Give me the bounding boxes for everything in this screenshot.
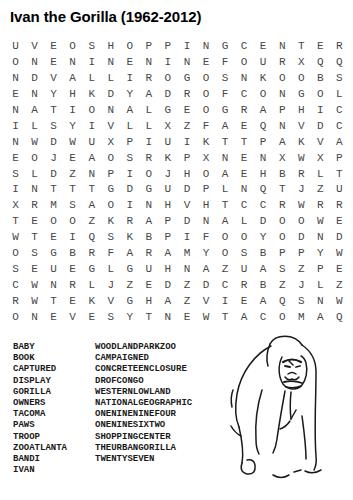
grid-cell-r1c13[interactable]: C [235, 39, 254, 55]
grid-cell-r1c2[interactable]: V [25, 39, 44, 55]
grid-cell-r7c4[interactable]: W [63, 135, 82, 151]
grid-cell-r18c11[interactable]: W [196, 310, 215, 326]
grid-cell-r4c13[interactable]: C [235, 87, 254, 103]
grid-cell-r2c13[interactable]: O [235, 55, 254, 71]
grid-cell-r12c3[interactable]: O [44, 214, 63, 230]
grid-cell-r1c14[interactable]: E [254, 39, 273, 55]
grid-cell-r9c4[interactable]: Z [63, 167, 82, 183]
grid-cell-r11c3[interactable]: M [44, 198, 63, 214]
grid-cell-r6c3[interactable]: S [44, 119, 63, 135]
grid-cell-r12c6[interactable]: K [101, 214, 120, 230]
grid-cell-r16c16[interactable]: J [292, 278, 311, 294]
grid-cell-r4c5[interactable]: K [82, 87, 101, 103]
grid-cell-r5c5[interactable]: O [82, 103, 101, 119]
grid-cell-r14c17[interactable]: Y [311, 246, 330, 262]
grid-cell-r3c14[interactable]: K [254, 71, 273, 87]
grid-cell-r17c11[interactable]: V [196, 294, 215, 310]
grid-cell-r11c2[interactable]: R [25, 198, 44, 214]
grid-cell-r3c5[interactable]: L [82, 71, 101, 87]
grid-cell-r1c9[interactable]: P [158, 39, 177, 55]
grid-cell-r18c3[interactable]: E [44, 310, 63, 326]
grid-cell-r3c12[interactable]: S [216, 71, 235, 87]
grid-cell-r3c1[interactable]: N [6, 71, 25, 87]
grid-cell-r17c5[interactable]: K [82, 294, 101, 310]
grid-cell-r4c11[interactable]: O [196, 87, 215, 103]
grid-cell-r4c7[interactable]: Y [120, 87, 139, 103]
grid-cell-r12c1[interactable]: T [6, 214, 25, 230]
grid-cell-r17c15[interactable]: Q [273, 294, 292, 310]
grid-cell-r7c13[interactable]: T [235, 135, 254, 151]
grid-cell-r16c7[interactable]: Z [120, 278, 139, 294]
grid-cell-r7c18[interactable]: A [330, 135, 349, 151]
grid-cell-r12c9[interactable]: P [158, 214, 177, 230]
grid-cell-r18c4[interactable]: V [63, 310, 82, 326]
grid-cell-r17c2[interactable]: W [25, 294, 44, 310]
grid-cell-r7c3[interactable]: D [44, 135, 63, 151]
grid-cell-r12c4[interactable]: O [63, 214, 82, 230]
grid-cell-r10c2[interactable]: N [25, 182, 44, 198]
grid-cell-r4c9[interactable]: D [158, 87, 177, 103]
grid-cell-r13c6[interactable]: S [101, 230, 120, 246]
grid-cell-r16c9[interactable]: D [158, 278, 177, 294]
grid-cell-r5c6[interactable]: N [101, 103, 120, 119]
grid-cell-r7c10[interactable]: I [177, 135, 196, 151]
grid-cell-r8c5[interactable]: A [82, 151, 101, 167]
grid-cell-r15c3[interactable]: U [44, 262, 63, 278]
grid-cell-r16c13[interactable]: R [235, 278, 254, 294]
grid-cell-r1c4[interactable]: O [63, 39, 82, 55]
grid-cell-r13c13[interactable]: O [235, 230, 254, 246]
grid-cell-r18c13[interactable]: A [235, 310, 254, 326]
grid-cell-r3c2[interactable]: D [25, 71, 44, 87]
grid-cell-r15c15[interactable]: S [273, 262, 292, 278]
grid-cell-r12c16[interactable]: O [292, 214, 311, 230]
grid-cell-r15c1[interactable]: S [6, 262, 25, 278]
grid-cell-r17c13[interactable]: E [235, 294, 254, 310]
grid-cell-r2c11[interactable]: E [196, 55, 215, 71]
grid-cell-r1c16[interactable]: T [292, 39, 311, 55]
grid-cell-r1c3[interactable]: E [44, 39, 63, 55]
grid-cell-r12c8[interactable]: A [139, 214, 158, 230]
grid-cell-r8c2[interactable]: O [25, 151, 44, 167]
grid-cell-r18c7[interactable]: Y [120, 310, 139, 326]
grid-cell-r1c10[interactable]: I [177, 39, 196, 55]
grid-cell-r5c2[interactable]: A [25, 103, 44, 119]
grid-cell-r12c2[interactable]: E [25, 214, 44, 230]
grid-cell-r11c4[interactable]: S [63, 198, 82, 214]
grid-cell-r11c6[interactable]: O [101, 198, 120, 214]
grid-cell-r10c14[interactable]: Q [254, 182, 273, 198]
grid-cell-r6c6[interactable]: V [101, 119, 120, 135]
grid-cell-r8c4[interactable]: E [63, 151, 82, 167]
grid-cell-r18c1[interactable]: O [6, 310, 25, 326]
grid-cell-r13c14[interactable]: Y [254, 230, 273, 246]
grid-cell-r2c18[interactable]: Q [330, 55, 349, 71]
grid-cell-r18c16[interactable]: M [292, 310, 311, 326]
grid-cell-r18c5[interactable]: E [82, 310, 101, 326]
grid-cell-r9c10[interactable]: H [177, 167, 196, 183]
grid-cell-r2c8[interactable]: N [139, 55, 158, 71]
grid-cell-r15c10[interactable]: N [177, 262, 196, 278]
grid-cell-r8c10[interactable]: P [177, 151, 196, 167]
grid-cell-r13c7[interactable]: K [120, 230, 139, 246]
grid-cell-r16c10[interactable]: Z [177, 278, 196, 294]
grid-cell-r9c2[interactable]: L [25, 167, 44, 183]
grid-cell-r13c2[interactable]: T [25, 230, 44, 246]
grid-cell-r10c17[interactable]: Z [311, 182, 330, 198]
grid-cell-r7c12[interactable]: T [216, 135, 235, 151]
grid-cell-r3c11[interactable]: O [196, 71, 215, 87]
grid-cell-r12c5[interactable]: Z [82, 214, 101, 230]
grid-cell-r16c5[interactable]: L [82, 278, 101, 294]
grid-cell-r2c7[interactable]: E [120, 55, 139, 71]
grid-cell-r15c4[interactable]: E [63, 262, 82, 278]
grid-cell-r7c7[interactable]: P [120, 135, 139, 151]
grid-cell-r1c8[interactable]: P [139, 39, 158, 55]
grid-cell-r15c2[interactable]: E [25, 262, 44, 278]
grid-cell-r6c13[interactable]: E [235, 119, 254, 135]
grid-cell-r13c5[interactable]: Q [82, 230, 101, 246]
grid-cell-r5c7[interactable]: A [120, 103, 139, 119]
grid-cell-r15c13[interactable]: U [235, 262, 254, 278]
grid-cell-r9c15[interactable]: B [273, 167, 292, 183]
grid-cell-r16c4[interactable]: R [63, 278, 82, 294]
grid-cell-r11c7[interactable]: I [120, 198, 139, 214]
grid-cell-r1c1[interactable]: U [6, 39, 25, 55]
grid-cell-r16c6[interactable]: J [101, 278, 120, 294]
grid-cell-r3c7[interactable]: I [120, 71, 139, 87]
grid-cell-r4c1[interactable]: E [6, 87, 25, 103]
grid-cell-r3c10[interactable]: G [177, 71, 196, 87]
grid-cell-r18c14[interactable]: C [254, 310, 273, 326]
grid-cell-r3c3[interactable]: V [44, 71, 63, 87]
grid-cell-r11c16[interactable]: W [292, 198, 311, 214]
grid-cell-r7c15[interactable]: A [273, 135, 292, 151]
grid-cell-r4c8[interactable]: A [139, 87, 158, 103]
grid-cell-r16c15[interactable]: Z [273, 278, 292, 294]
grid-cell-r4c10[interactable]: R [177, 87, 196, 103]
grid-cell-r12c14[interactable]: D [254, 214, 273, 230]
grid-cell-r18c6[interactable]: S [101, 310, 120, 326]
grid-cell-r8c14[interactable]: N [254, 151, 273, 167]
grid-cell-r2c2[interactable]: N [25, 55, 44, 71]
grid-cell-r4c18[interactable]: L [330, 87, 349, 103]
grid-cell-r7c6[interactable]: X [101, 135, 120, 151]
grid-cell-r17c12[interactable]: I [216, 294, 235, 310]
grid-cell-r8c17[interactable]: X [311, 151, 330, 167]
grid-cell-r15c7[interactable]: G [120, 262, 139, 278]
grid-cell-r7c11[interactable]: K [196, 135, 215, 151]
grid-cell-r13c18[interactable]: D [330, 230, 349, 246]
grid-cell-r9c11[interactable]: O [196, 167, 215, 183]
grid-cell-r3c6[interactable]: L [101, 71, 120, 87]
grid-cell-r17c8[interactable]: H [139, 294, 158, 310]
grid-cell-r10c6[interactable]: G [101, 182, 120, 198]
grid-cell-r15c6[interactable]: L [101, 262, 120, 278]
grid-cell-r10c18[interactable]: U [330, 182, 349, 198]
grid-cell-r15c14[interactable]: A [254, 262, 273, 278]
grid-cell-r8c8[interactable]: R [139, 151, 158, 167]
grid-cell-r8c12[interactable]: N [216, 151, 235, 167]
grid-cell-r5c15[interactable]: P [273, 103, 292, 119]
grid-cell-r11c5[interactable]: A [82, 198, 101, 214]
grid-cell-r2c5[interactable]: I [82, 55, 101, 71]
grid-cell-r6c9[interactable]: X [158, 119, 177, 135]
grid-cell-r11c14[interactable]: C [254, 198, 273, 214]
grid-cell-r2c12[interactable]: F [216, 55, 235, 71]
grid-cell-r14c10[interactable]: M [177, 246, 196, 262]
grid-cell-r10c1[interactable]: I [6, 182, 25, 198]
grid-cell-r9c12[interactable]: A [216, 167, 235, 183]
grid-cell-r14c2[interactable]: S [25, 246, 44, 262]
grid-cell-r18c8[interactable]: T [139, 310, 158, 326]
grid-cell-r9c8[interactable]: O [139, 167, 158, 183]
grid-cell-r14c7[interactable]: A [120, 246, 139, 262]
grid-cell-r10c9[interactable]: U [158, 182, 177, 198]
grid-cell-r15c11[interactable]: A [196, 262, 215, 278]
grid-cell-r9c18[interactable]: T [330, 167, 349, 183]
grid-cell-r17c9[interactable]: A [158, 294, 177, 310]
grid-cell-r12c12[interactable]: A [216, 214, 235, 230]
grid-cell-r6c2[interactable]: L [25, 119, 44, 135]
grid-cell-r18c18[interactable]: Q [330, 310, 349, 326]
grid-cell-r5c3[interactable]: T [44, 103, 63, 119]
grid-cell-r14c9[interactable]: A [158, 246, 177, 262]
grid-cell-r9c17[interactable]: L [311, 167, 330, 183]
grid-cell-r9c1[interactable]: S [6, 167, 25, 183]
grid-cell-r8c1[interactable]: E [6, 151, 25, 167]
grid-cell-r6c8[interactable]: L [139, 119, 158, 135]
grid-cell-r8c13[interactable]: E [235, 151, 254, 167]
grid-cell-r1c18[interactable]: R [330, 39, 349, 55]
grid-cell-r17c14[interactable]: A [254, 294, 273, 310]
grid-cell-r4c2[interactable]: N [25, 87, 44, 103]
grid-cell-r5c16[interactable]: H [292, 103, 311, 119]
grid-cell-r17c10[interactable]: Z [177, 294, 196, 310]
grid-cell-r8c15[interactable]: X [273, 151, 292, 167]
grid-cell-r5c18[interactable]: C [330, 103, 349, 119]
grid-cell-r9c14[interactable]: H [254, 167, 273, 183]
grid-cell-r12c13[interactable]: L [235, 214, 254, 230]
grid-cell-r8c16[interactable]: W [292, 151, 311, 167]
grid-cell-r13c9[interactable]: P [158, 230, 177, 246]
grid-cell-r13c10[interactable]: I [177, 230, 196, 246]
grid-cell-r14c14[interactable]: B [254, 246, 273, 262]
grid-cell-r9c9[interactable]: J [158, 167, 177, 183]
grid-cell-r18c17[interactable]: A [311, 310, 330, 326]
grid-cell-r3c4[interactable]: A [63, 71, 82, 87]
grid-cell-r5c11[interactable]: O [196, 103, 215, 119]
grid-cell-r6c5[interactable]: I [82, 119, 101, 135]
grid-cell-r13c16[interactable]: D [292, 230, 311, 246]
grid-cell-r4c14[interactable]: O [254, 87, 273, 103]
grid-cell-r12c11[interactable]: N [196, 214, 215, 230]
grid-cell-r8c7[interactable]: S [120, 151, 139, 167]
grid-cell-r12c18[interactable]: E [330, 214, 349, 230]
grid-cell-r18c2[interactable]: N [25, 310, 44, 326]
grid-cell-r9c6[interactable]: P [101, 167, 120, 183]
grid-cell-r3c13[interactable]: N [235, 71, 254, 87]
grid-cell-r6c18[interactable]: C [330, 119, 349, 135]
grid-cell-r7c8[interactable]: I [139, 135, 158, 151]
grid-cell-r16c2[interactable]: W [25, 278, 44, 294]
grid-cell-r4c15[interactable]: N [273, 87, 292, 103]
grid-cell-r2c6[interactable]: N [101, 55, 120, 71]
grid-cell-r5c14[interactable]: A [254, 103, 273, 119]
grid-cell-r9c3[interactable]: D [44, 167, 63, 183]
grid-cell-r8c3[interactable]: J [44, 151, 63, 167]
grid-cell-r14c8[interactable]: R [139, 246, 158, 262]
grid-cell-r2c17[interactable]: Q [311, 55, 330, 71]
grid-cell-r5c1[interactable]: N [6, 103, 25, 119]
grid-cell-r6c14[interactable]: Q [254, 119, 273, 135]
grid-cell-r18c15[interactable]: O [273, 310, 292, 326]
grid-cell-r1c12[interactable]: G [216, 39, 235, 55]
grid-cell-r17c4[interactable]: E [63, 294, 82, 310]
grid-cell-r17c6[interactable]: V [101, 294, 120, 310]
grid-cell-r6c12[interactable]: A [216, 119, 235, 135]
grid-cell-r10c13[interactable]: N [235, 182, 254, 198]
grid-cell-r2c10[interactable]: N [177, 55, 196, 71]
grid-cell-r4c3[interactable]: Y [44, 87, 63, 103]
grid-cell-r1c17[interactable]: E [311, 39, 330, 55]
grid-cell-r16c1[interactable]: C [6, 278, 25, 294]
grid-cell-r6c7[interactable]: L [120, 119, 139, 135]
grid-cell-r1c11[interactable]: N [196, 39, 215, 55]
grid-cell-r5c17[interactable]: I [311, 103, 330, 119]
grid-cell-r10c3[interactable]: T [44, 182, 63, 198]
grid-cell-r10c7[interactable]: D [120, 182, 139, 198]
grid-cell-r10c15[interactable]: T [273, 182, 292, 198]
grid-cell-r11c11[interactable]: H [196, 198, 215, 214]
grid-cell-r14c1[interactable]: O [6, 246, 25, 262]
grid-cell-r10c16[interactable]: J [292, 182, 311, 198]
grid-cell-r2c3[interactable]: E [44, 55, 63, 71]
grid-cell-r11c15[interactable]: R [273, 198, 292, 214]
grid-cell-r5c8[interactable]: L [139, 103, 158, 119]
grid-cell-r10c4[interactable]: T [63, 182, 82, 198]
grid-cell-r14c15[interactable]: P [273, 246, 292, 262]
grid-cell-r2c14[interactable]: U [254, 55, 273, 71]
grid-cell-r16c18[interactable]: Z [330, 278, 349, 294]
grid-cell-r13c3[interactable]: E [44, 230, 63, 246]
grid-cell-r1c7[interactable]: O [120, 39, 139, 55]
grid-cell-r16c11[interactable]: D [196, 278, 215, 294]
grid-cell-r7c16[interactable]: K [292, 135, 311, 151]
grid-cell-r4c16[interactable]: G [292, 87, 311, 103]
grid-cell-r7c2[interactable]: W [25, 135, 44, 151]
grid-cell-r11c10[interactable]: V [177, 198, 196, 214]
grid-cell-r15c12[interactable]: Z [216, 262, 235, 278]
grid-cell-r1c15[interactable]: N [273, 39, 292, 55]
grid-cell-r2c4[interactable]: N [63, 55, 82, 71]
grid-cell-r10c12[interactable]: L [216, 182, 235, 198]
grid-cell-r14c4[interactable]: B [63, 246, 82, 262]
grid-cell-r5c12[interactable]: G [216, 103, 235, 119]
grid-cell-r6c1[interactable]: I [6, 119, 25, 135]
grid-cell-r3c8[interactable]: R [139, 71, 158, 87]
grid-cell-r2c1[interactable]: O [6, 55, 25, 71]
grid-cell-r3c18[interactable]: S [330, 71, 349, 87]
grid-cell-r16c17[interactable]: L [311, 278, 330, 294]
grid-cell-r9c13[interactable]: E [235, 167, 254, 183]
grid-cell-r11c9[interactable]: H [158, 198, 177, 214]
grid-cell-r14c11[interactable]: Y [196, 246, 215, 262]
grid-cell-r16c14[interactable]: B [254, 278, 273, 294]
grid-cell-r11c18[interactable]: R [330, 198, 349, 214]
grid-cell-r10c10[interactable]: D [177, 182, 196, 198]
grid-cell-r6c16[interactable]: V [292, 119, 311, 135]
grid-cell-r5c4[interactable]: I [63, 103, 82, 119]
grid-cell-r11c8[interactable]: N [139, 198, 158, 214]
grid-cell-r13c8[interactable]: B [139, 230, 158, 246]
grid-cell-r10c8[interactable]: G [139, 182, 158, 198]
grid-cell-r13c17[interactable]: N [311, 230, 330, 246]
grid-cell-r7c9[interactable]: U [158, 135, 177, 151]
grid-cell-r12c7[interactable]: R [120, 214, 139, 230]
grid-cell-r11c17[interactable]: R [311, 198, 330, 214]
grid-cell-r15c16[interactable]: Z [292, 262, 311, 278]
grid-cell-r9c7[interactable]: I [120, 167, 139, 183]
grid-cell-r10c11[interactable]: P [196, 182, 215, 198]
grid-cell-r6c11[interactable]: F [196, 119, 215, 135]
grid-cell-r3c9[interactable]: O [158, 71, 177, 87]
grid-cell-r2c16[interactable]: X [292, 55, 311, 71]
grid-cell-r12c10[interactable]: D [177, 214, 196, 230]
grid-cell-r16c8[interactable]: E [139, 278, 158, 294]
grid-cell-r5c9[interactable]: G [158, 103, 177, 119]
grid-cell-r14c12[interactable]: O [216, 246, 235, 262]
grid-cell-r4c6[interactable]: D [101, 87, 120, 103]
grid-cell-r17c3[interactable]: T [44, 294, 63, 310]
grid-cell-r6c4[interactable]: Y [63, 119, 82, 135]
grid-cell-r16c12[interactable]: C [216, 278, 235, 294]
grid-cell-r13c1[interactable]: W [6, 230, 25, 246]
grid-cell-r14c16[interactable]: P [292, 246, 311, 262]
grid-cell-r18c10[interactable]: E [177, 310, 196, 326]
grid-cell-r7c17[interactable]: V [311, 135, 330, 151]
grid-cell-r9c5[interactable]: N [82, 167, 101, 183]
grid-cell-r12c15[interactable]: O [273, 214, 292, 230]
grid-cell-r6c10[interactable]: Z [177, 119, 196, 135]
grid-cell-r4c17[interactable]: O [311, 87, 330, 103]
grid-cell-r8c6[interactable]: O [101, 151, 120, 167]
grid-cell-r2c9[interactable]: I [158, 55, 177, 71]
grid-cell-r18c12[interactable]: T [216, 310, 235, 326]
grid-cell-r17c7[interactable]: G [120, 294, 139, 310]
grid-cell-r16c3[interactable]: N [44, 278, 63, 294]
grid-cell-r13c4[interactable]: I [63, 230, 82, 246]
grid-cell-r1c6[interactable]: H [101, 39, 120, 55]
grid-cell-r6c17[interactable]: D [311, 119, 330, 135]
grid-cell-r15c8[interactable]: U [139, 262, 158, 278]
grid-cell-r9c16[interactable]: R [292, 167, 311, 183]
grid-cell-r15c18[interactable]: E [330, 262, 349, 278]
grid-cell-r3c17[interactable]: B [311, 71, 330, 87]
grid-cell-r5c13[interactable]: R [235, 103, 254, 119]
grid-cell-r17c17[interactable]: N [311, 294, 330, 310]
grid-cell-r11c1[interactable]: X [6, 198, 25, 214]
grid-cell-r7c1[interactable]: N [6, 135, 25, 151]
grid-cell-r17c1[interactable]: R [6, 294, 25, 310]
grid-cell-r18c9[interactable]: N [158, 310, 177, 326]
grid-cell-r10c5[interactable]: T [82, 182, 101, 198]
grid-cell-r11c13[interactable]: C [235, 198, 254, 214]
grid-cell-r4c12[interactable]: F [216, 87, 235, 103]
grid-cell-r6c15[interactable]: N [273, 119, 292, 135]
grid-cell-r7c14[interactable]: P [254, 135, 273, 151]
grid-cell-r8c9[interactable]: K [158, 151, 177, 167]
